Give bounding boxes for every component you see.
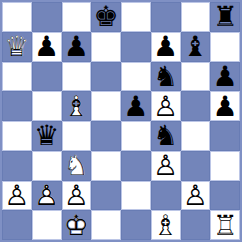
square-e3[interactable] — [121, 151, 151, 181]
square-h7[interactable] — [210, 32, 240, 62]
square-a7[interactable]: ♛♕ — [2, 32, 32, 62]
square-g1[interactable] — [181, 210, 211, 240]
square-b4[interactable]: ♛ — [32, 121, 62, 151]
white-rook-outline: ♖ — [211, 211, 240, 240]
black-rook[interactable]: ♜ — [211, 2, 240, 31]
black-pawn[interactable]: ♟ — [211, 62, 240, 91]
black-pawn[interactable]: ♟ — [151, 32, 180, 61]
square-f7[interactable]: ♟ — [151, 32, 181, 62]
white-pawn-outline: ♙ — [151, 151, 180, 180]
square-b3[interactable] — [32, 151, 62, 181]
square-f8[interactable] — [151, 2, 181, 32]
white-pawn[interactable]: ♟♙ — [62, 181, 91, 210]
square-e4[interactable] — [121, 121, 151, 151]
square-g4[interactable] — [181, 121, 211, 151]
white-bishop-outline: ♗ — [62, 92, 91, 121]
square-c8[interactable] — [62, 2, 92, 32]
black-pawn[interactable]: ♟ — [211, 92, 240, 121]
black-king[interactable]: ♚ — [92, 2, 121, 31]
square-a4[interactable] — [2, 121, 32, 151]
black-knight[interactable]: ♞ — [151, 121, 180, 150]
square-e5[interactable]: ♟ — [121, 91, 151, 121]
white-pawn-outline: ♙ — [151, 92, 180, 121]
square-c4[interactable] — [62, 121, 92, 151]
square-d8[interactable]: ♚ — [91, 2, 121, 32]
square-g6[interactable] — [181, 62, 211, 92]
square-b7[interactable]: ♟ — [32, 32, 62, 62]
square-h3[interactable] — [210, 151, 240, 181]
square-b2[interactable]: ♟♙ — [32, 181, 62, 211]
white-knight[interactable]: ♞♘ — [62, 151, 91, 180]
square-c5[interactable]: ♝♗ — [62, 91, 92, 121]
square-d4[interactable] — [91, 121, 121, 151]
black-knight[interactable]: ♞ — [151, 62, 180, 91]
square-f3[interactable]: ♟♙ — [151, 151, 181, 181]
square-g2[interactable]: ♟♙ — [181, 181, 211, 211]
white-king[interactable]: ♚♔ — [62, 211, 91, 240]
square-f5[interactable]: ♟♙ — [151, 91, 181, 121]
white-pawn[interactable]: ♟♙ — [181, 181, 210, 210]
square-e8[interactable] — [121, 2, 151, 32]
square-h2[interactable] — [210, 181, 240, 211]
square-a5[interactable] — [2, 91, 32, 121]
square-c2[interactable]: ♟♙ — [62, 181, 92, 211]
square-a1[interactable] — [2, 210, 32, 240]
square-d1[interactable] — [91, 210, 121, 240]
square-c6[interactable] — [62, 62, 92, 92]
square-g8[interactable] — [181, 2, 211, 32]
black-pawn[interactable]: ♟ — [121, 92, 150, 121]
white-pawn[interactable]: ♟♙ — [151, 92, 180, 121]
white-pawn[interactable]: ♟♙ — [32, 181, 61, 210]
black-pawn[interactable]: ♟ — [62, 32, 91, 61]
white-pawn[interactable]: ♟♙ — [2, 181, 31, 210]
white-pawn[interactable]: ♟♙ — [151, 151, 180, 180]
white-knight-outline: ♘ — [62, 151, 91, 180]
white-pawn-outline: ♙ — [2, 181, 31, 210]
white-pawn-outline: ♙ — [181, 181, 210, 210]
square-f1[interactable]: ♝♗ — [151, 210, 181, 240]
square-c3[interactable]: ♞♘ — [62, 151, 92, 181]
square-b5[interactable] — [32, 91, 62, 121]
square-d3[interactable] — [91, 151, 121, 181]
square-d5[interactable] — [91, 91, 121, 121]
square-g5[interactable] — [181, 91, 211, 121]
square-g7[interactable]: ♝ — [181, 32, 211, 62]
square-f2[interactable] — [151, 181, 181, 211]
black-bishop[interactable]: ♝ — [181, 32, 210, 61]
square-h4[interactable] — [210, 121, 240, 151]
square-g3[interactable] — [181, 151, 211, 181]
white-pawn-outline: ♙ — [32, 181, 61, 210]
square-a3[interactable] — [2, 151, 32, 181]
chess-board: ♚♜♛♕♟♟♟♝♞♟♝♗♟♟♙♟♛♞♞♘♟♙♟♙♟♙♟♙♟♙♚♔♝♗♜♖ — [0, 0, 242, 242]
square-e2[interactable] — [121, 181, 151, 211]
square-f4[interactable]: ♞ — [151, 121, 181, 151]
white-king-outline: ♔ — [62, 211, 91, 240]
black-pawn[interactable]: ♟ — [32, 32, 61, 61]
white-bishop-outline: ♗ — [151, 211, 180, 240]
white-rook[interactable]: ♜♖ — [211, 211, 240, 240]
square-d2[interactable] — [91, 181, 121, 211]
square-e6[interactable] — [121, 62, 151, 92]
square-a2[interactable]: ♟♙ — [2, 181, 32, 211]
square-c7[interactable]: ♟ — [62, 32, 92, 62]
square-h1[interactable]: ♜♖ — [210, 210, 240, 240]
square-a6[interactable] — [2, 62, 32, 92]
square-e7[interactable] — [121, 32, 151, 62]
square-b1[interactable] — [32, 210, 62, 240]
black-queen[interactable]: ♛ — [32, 121, 61, 150]
square-d7[interactable] — [91, 32, 121, 62]
square-h5[interactable]: ♟ — [210, 91, 240, 121]
square-b6[interactable] — [32, 62, 62, 92]
white-queen-outline: ♕ — [2, 32, 31, 61]
square-a8[interactable] — [2, 2, 32, 32]
square-e1[interactable] — [121, 210, 151, 240]
square-b8[interactable] — [32, 2, 62, 32]
square-h8[interactable]: ♜ — [210, 2, 240, 32]
square-f6[interactable]: ♞ — [151, 62, 181, 92]
white-bishop[interactable]: ♝♗ — [151, 211, 180, 240]
square-c1[interactable]: ♚♔ — [62, 210, 92, 240]
square-d6[interactable] — [91, 62, 121, 92]
square-h6[interactable]: ♟ — [210, 62, 240, 92]
white-pawn-outline: ♙ — [62, 181, 91, 210]
white-bishop[interactable]: ♝♗ — [62, 92, 91, 121]
white-queen[interactable]: ♛♕ — [2, 32, 31, 61]
